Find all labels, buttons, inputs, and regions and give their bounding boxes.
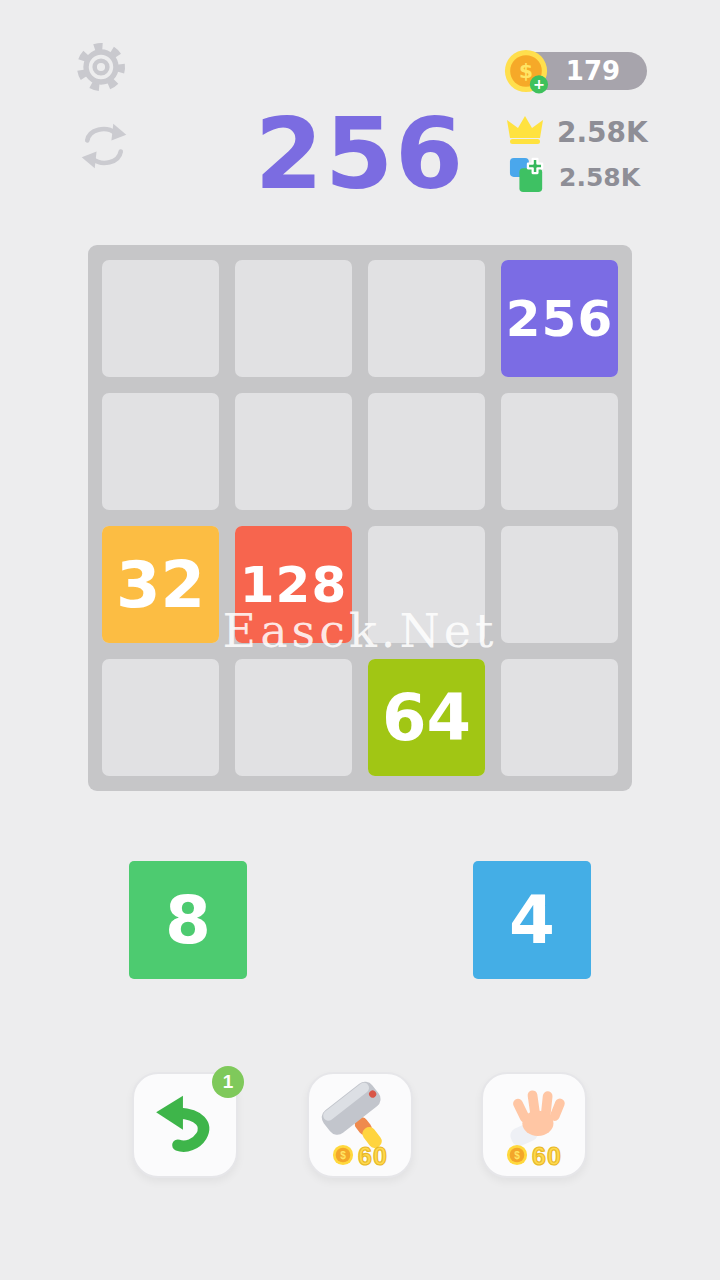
gear-icon <box>72 84 130 99</box>
board-cell-empty[interactable] <box>235 393 352 510</box>
crown-score: 2.58K <box>557 116 648 149</box>
board-cell-empty[interactable] <box>501 526 618 643</box>
board-cell-empty[interactable] <box>501 393 618 510</box>
undo-button[interactable]: 1 <box>132 1072 238 1178</box>
board-cell-empty[interactable] <box>235 260 352 377</box>
board-cell[interactable]: 64 <box>368 659 485 776</box>
coin-icon: $ <box>506 1144 528 1169</box>
board: 2563212864 <box>88 245 632 791</box>
board-cell[interactable]: 32 <box>102 526 219 643</box>
board-cell-empty[interactable] <box>368 526 485 643</box>
hammer-cost-value: 60 <box>358 1142 388 1171</box>
board-cell-empty[interactable] <box>102 393 219 510</box>
plus-glyph: + <box>533 76 545 92</box>
board-cell[interactable]: 128 <box>235 526 352 643</box>
coin-icon: $ + <box>503 48 549 94</box>
crown-icon <box>505 114 545 150</box>
svg-text:$: $ <box>514 1150 520 1161</box>
tile-128[interactable]: 128 <box>235 526 352 643</box>
coin-icon: $ <box>332 1144 354 1169</box>
settings-button[interactable] <box>72 38 130 96</box>
blocks-score: 2.58K <box>559 163 640 192</box>
board-cell-empty[interactable] <box>102 659 219 776</box>
dollar-glyph: $ <box>519 59 533 83</box>
hand-button[interactable]: $ 60 <box>481 1072 587 1178</box>
crown-stat: 2.58K <box>505 114 648 150</box>
undo-arrow-icon <box>152 1091 218 1160</box>
tile-64[interactable]: 64 <box>368 659 485 776</box>
undo-count-badge: 1 <box>212 1066 244 1098</box>
board-cell[interactable]: 256 <box>501 260 618 377</box>
board-cell-empty[interactable] <box>501 659 618 776</box>
app: 256 179 $ + 2.58K <box>0 0 720 1280</box>
tile-256[interactable]: 256 <box>501 260 618 377</box>
blocks-stat: 2.58K <box>509 156 640 198</box>
svg-text:$: $ <box>340 1150 346 1161</box>
board-cell-empty[interactable] <box>235 659 352 776</box>
coin-counter[interactable]: 179 $ + <box>503 48 647 94</box>
hammer-cost: $ 60 <box>309 1142 411 1171</box>
blocks-plus-icon <box>509 156 545 198</box>
queue-tile-8[interactable]: 8 <box>129 861 247 979</box>
hand-cost: $ 60 <box>483 1142 585 1171</box>
queue-tile-4[interactable]: 4 <box>473 861 591 979</box>
board-cell-empty[interactable] <box>102 260 219 377</box>
hammer-button[interactable]: $ 60 <box>307 1072 413 1178</box>
hand-cost-value: 60 <box>532 1142 562 1171</box>
tile-32[interactable]: 32 <box>102 526 219 643</box>
board-cell-empty[interactable] <box>368 260 485 377</box>
board-cell-empty[interactable] <box>368 393 485 510</box>
